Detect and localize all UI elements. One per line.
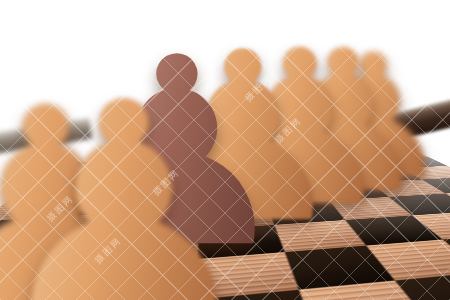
pawn-2: ♟ xyxy=(0,62,264,300)
chess-photo-canvas: ♟♟♟♟♟♟♟ 摄图网摄图网摄图网摄图网摄图网 xyxy=(0,0,450,300)
